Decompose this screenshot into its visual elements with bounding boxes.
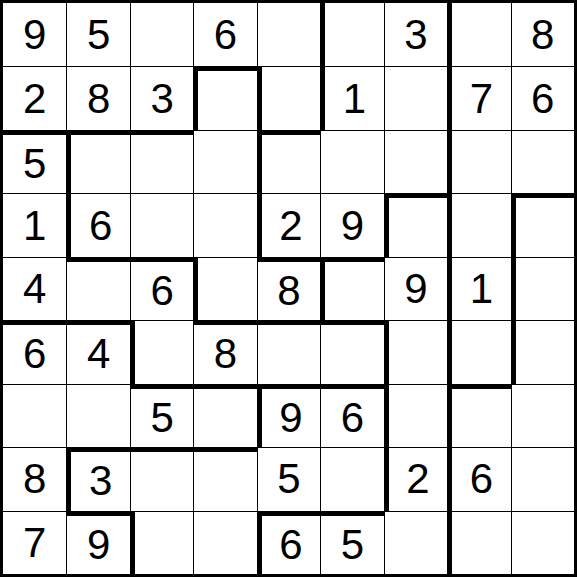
cell-r7c5-given[interactable]: 9 — [257, 384, 320, 447]
cell-r9c2-given[interactable]: 9 — [66, 511, 129, 574]
cell-r5c5-given[interactable]: 8 — [257, 257, 320, 320]
cell-r3c2-empty[interactable] — [66, 130, 129, 193]
cell-r4c8-empty[interactable] — [447, 193, 510, 256]
cell-r2c8-given[interactable]: 7 — [447, 66, 510, 129]
cell-r7c4-empty[interactable] — [193, 384, 256, 447]
cell-r8c2-given[interactable]: 3 — [66, 447, 129, 510]
cell-r8c8-given[interactable]: 6 — [447, 447, 510, 510]
cell-r4c6-given[interactable]: 9 — [320, 193, 383, 256]
cell-r4c1-given[interactable]: 1 — [3, 193, 66, 256]
cell-r5c8-given[interactable]: 1 — [447, 257, 510, 320]
cell-r8c4-empty[interactable] — [193, 447, 256, 510]
cell-r4c7-empty[interactable] — [384, 193, 447, 256]
cell-r9c5-given[interactable]: 6 — [257, 511, 320, 574]
cell-r7c9-empty[interactable] — [511, 384, 574, 447]
cell-r6c3-empty[interactable] — [130, 320, 193, 383]
cell-r2c3-given[interactable]: 3 — [130, 66, 193, 129]
cell-r6c1-given[interactable]: 6 — [3, 320, 66, 383]
cell-r2c4-empty[interactable] — [193, 66, 256, 129]
cell-r5c2-empty[interactable] — [66, 257, 129, 320]
cell-r4c9-empty[interactable] — [511, 193, 574, 256]
cell-r9c3-empty[interactable] — [130, 511, 193, 574]
cell-r7c3-given[interactable]: 5 — [130, 384, 193, 447]
puzzle-page: 956382831765162946891648596835267965 — [0, 0, 577, 577]
cell-r2c6-given[interactable]: 1 — [320, 66, 383, 129]
cell-r1c1-given[interactable]: 9 — [3, 3, 66, 66]
cell-r7c6-given[interactable]: 6 — [320, 384, 383, 447]
cell-r7c7-empty[interactable] — [384, 384, 447, 447]
cell-r1c3-empty[interactable] — [130, 3, 193, 66]
cell-r3c9-empty[interactable] — [511, 130, 574, 193]
cell-r6c7-empty[interactable] — [384, 320, 447, 383]
cell-r2c2-given[interactable]: 8 — [66, 66, 129, 129]
cell-r6c6-empty[interactable] — [320, 320, 383, 383]
cell-r8c9-empty[interactable] — [511, 447, 574, 510]
cell-r2c7-empty[interactable] — [384, 66, 447, 129]
cell-r8c3-empty[interactable] — [130, 447, 193, 510]
cell-r5c1-given[interactable]: 4 — [3, 257, 66, 320]
cell-r1c9-given[interactable]: 8 — [511, 3, 574, 66]
cell-r3c1-given[interactable]: 5 — [3, 130, 66, 193]
cell-r6c4-given[interactable]: 8 — [193, 320, 256, 383]
jigsaw-sudoku-board: 956382831765162946891648596835267965 — [0, 0, 577, 577]
cell-r3c5-empty[interactable] — [257, 130, 320, 193]
cell-r3c3-empty[interactable] — [130, 130, 193, 193]
cell-r3c7-empty[interactable] — [384, 130, 447, 193]
cell-r4c5-given[interactable]: 2 — [257, 193, 320, 256]
cell-r5c4-empty[interactable] — [193, 257, 256, 320]
cell-r7c2-empty[interactable] — [66, 384, 129, 447]
cell-r4c2-given[interactable]: 6 — [66, 193, 129, 256]
cell-r9c1-given[interactable]: 7 — [3, 511, 66, 574]
cell-r8c7-given[interactable]: 2 — [384, 447, 447, 510]
cell-r5c3-given[interactable]: 6 — [130, 257, 193, 320]
cell-r2c9-given[interactable]: 6 — [511, 66, 574, 129]
cell-r1c5-empty[interactable] — [257, 3, 320, 66]
cell-r4c3-empty[interactable] — [130, 193, 193, 256]
cell-r7c1-empty[interactable] — [3, 384, 66, 447]
cell-r1c4-given[interactable]: 6 — [193, 3, 256, 66]
cell-r2c5-empty[interactable] — [257, 66, 320, 129]
cell-r5c6-empty[interactable] — [320, 257, 383, 320]
cell-r2c1-given[interactable]: 2 — [3, 66, 66, 129]
cell-r9c9-empty[interactable] — [511, 511, 574, 574]
cell-r9c8-empty[interactable] — [447, 511, 510, 574]
cell-r6c5-empty[interactable] — [257, 320, 320, 383]
cell-r1c2-given[interactable]: 5 — [66, 3, 129, 66]
cell-r5c9-empty[interactable] — [511, 257, 574, 320]
cell-r8c5-given[interactable]: 5 — [257, 447, 320, 510]
cell-r9c6-given[interactable]: 5 — [320, 511, 383, 574]
cell-r1c7-given[interactable]: 3 — [384, 3, 447, 66]
cell-r3c4-empty[interactable] — [193, 130, 256, 193]
cell-r6c2-given[interactable]: 4 — [66, 320, 129, 383]
cell-r1c6-empty[interactable] — [320, 3, 383, 66]
cell-r1c8-empty[interactable] — [447, 3, 510, 66]
cell-r6c8-empty[interactable] — [447, 320, 510, 383]
cell-r6c9-empty[interactable] — [511, 320, 574, 383]
cell-r3c6-empty[interactable] — [320, 130, 383, 193]
cell-r8c1-given[interactable]: 8 — [3, 447, 66, 510]
cell-r8c6-empty[interactable] — [320, 447, 383, 510]
cell-r9c4-empty[interactable] — [193, 511, 256, 574]
cell-r5c7-given[interactable]: 9 — [384, 257, 447, 320]
cell-r9c7-empty[interactable] — [384, 511, 447, 574]
cell-r7c8-empty[interactable] — [447, 384, 510, 447]
cell-r4c4-empty[interactable] — [193, 193, 256, 256]
cell-r3c8-empty[interactable] — [447, 130, 510, 193]
